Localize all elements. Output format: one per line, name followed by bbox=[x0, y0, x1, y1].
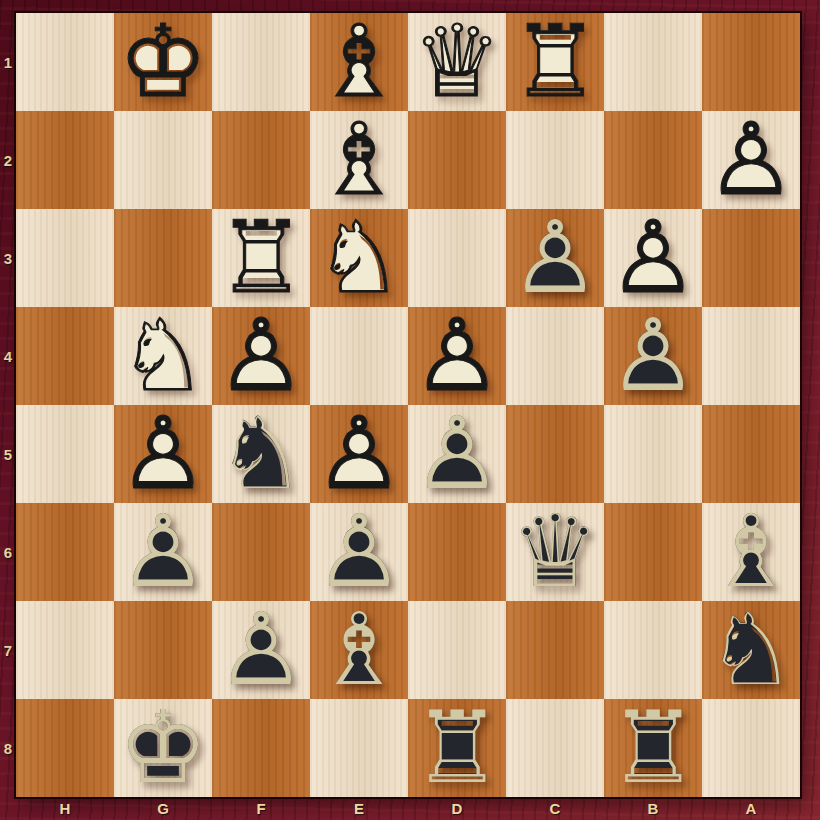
square-c4[interactable] bbox=[506, 307, 604, 405]
square-e4[interactable] bbox=[310, 307, 408, 405]
square-b5[interactable] bbox=[604, 405, 702, 503]
file-label: B bbox=[604, 797, 702, 820]
white-knight-piece[interactable]: ♞ bbox=[310, 209, 408, 307]
rank-label: 2 bbox=[0, 111, 16, 209]
square-e6[interactable]: ♟♙ bbox=[310, 503, 408, 601]
square-a3[interactable] bbox=[702, 209, 800, 307]
square-a5[interactable] bbox=[702, 405, 800, 503]
square-f1[interactable] bbox=[212, 13, 310, 111]
black-pawn-piece[interactable]: ♟ bbox=[506, 209, 604, 307]
file-label: A bbox=[702, 797, 800, 820]
rank-label: 1 bbox=[0, 13, 16, 111]
square-b1[interactable] bbox=[604, 13, 702, 111]
file-label: D bbox=[408, 797, 506, 820]
square-g6[interactable]: ♟♙ bbox=[114, 503, 212, 601]
black-pawn-piece[interactable]: ♟ bbox=[212, 601, 310, 699]
square-g1[interactable]: ♚♔ bbox=[114, 13, 212, 111]
square-a2[interactable]: ♟♙ bbox=[702, 111, 800, 209]
square-b3[interactable]: ♟♙ bbox=[604, 209, 702, 307]
white-bishop-piece[interactable]: ♝ bbox=[310, 13, 408, 111]
square-f3[interactable]: ♜♖ bbox=[212, 209, 310, 307]
square-e7[interactable]: ♝♗ bbox=[310, 601, 408, 699]
square-f6[interactable] bbox=[212, 503, 310, 601]
square-c1[interactable]: ♜♖ bbox=[506, 13, 604, 111]
file-label: G bbox=[114, 797, 212, 820]
rank-label: 4 bbox=[0, 307, 16, 405]
square-h5[interactable] bbox=[16, 405, 114, 503]
white-rook-piece[interactable]: ♜ bbox=[212, 209, 310, 307]
square-c2[interactable] bbox=[506, 111, 604, 209]
square-b4[interactable]: ♟♙ bbox=[604, 307, 702, 405]
white-pawn-piece[interactable]: ♟ bbox=[604, 209, 702, 307]
white-queen-piece[interactable]: ♛ bbox=[408, 13, 506, 111]
square-b8[interactable]: ♜♖ bbox=[604, 699, 702, 797]
square-g4[interactable]: ♞♘ bbox=[114, 307, 212, 405]
square-h1[interactable] bbox=[16, 13, 114, 111]
white-bishop-piece[interactable]: ♝ bbox=[310, 111, 408, 209]
square-d2[interactable] bbox=[408, 111, 506, 209]
square-b2[interactable] bbox=[604, 111, 702, 209]
black-king-piece[interactable]: ♚ bbox=[114, 699, 212, 797]
black-rook-piece[interactable]: ♜ bbox=[408, 699, 506, 797]
square-e3[interactable]: ♞♘ bbox=[310, 209, 408, 307]
white-pawn-piece[interactable]: ♟ bbox=[114, 405, 212, 503]
file-label: H bbox=[16, 797, 114, 820]
square-c7[interactable] bbox=[506, 601, 604, 699]
file-label: F bbox=[212, 797, 310, 820]
white-rook-piece[interactable]: ♜ bbox=[506, 13, 604, 111]
black-pawn-piece[interactable]: ♟ bbox=[310, 503, 408, 601]
square-h2[interactable] bbox=[16, 111, 114, 209]
square-a1[interactable] bbox=[702, 13, 800, 111]
white-knight-piece[interactable]: ♞ bbox=[114, 307, 212, 405]
square-h3[interactable] bbox=[16, 209, 114, 307]
square-d4[interactable]: ♟♙ bbox=[408, 307, 506, 405]
square-d5[interactable]: ♟♙ bbox=[408, 405, 506, 503]
rank-label: 6 bbox=[0, 503, 16, 601]
white-pawn-piece[interactable]: ♟ bbox=[212, 307, 310, 405]
square-d6[interactable] bbox=[408, 503, 506, 601]
square-c5[interactable] bbox=[506, 405, 604, 503]
rank-label: 8 bbox=[0, 699, 16, 797]
rank-label: 7 bbox=[0, 601, 16, 699]
black-knight-piece[interactable]: ♞ bbox=[212, 405, 310, 503]
black-pawn-piece[interactable]: ♟ bbox=[114, 503, 212, 601]
square-h4[interactable] bbox=[16, 307, 114, 405]
square-g8[interactable]: ♚♔ bbox=[114, 699, 212, 797]
black-queen-piece[interactable]: ♛ bbox=[506, 503, 604, 601]
square-c8[interactable] bbox=[506, 699, 604, 797]
square-a7[interactable]: ♞♘ bbox=[702, 601, 800, 699]
square-e5[interactable]: ♟♙ bbox=[310, 405, 408, 503]
file-label: C bbox=[506, 797, 604, 820]
square-e2[interactable]: ♝♗ bbox=[310, 111, 408, 209]
square-g2[interactable] bbox=[114, 111, 212, 209]
square-c6[interactable]: ♛♕ bbox=[506, 503, 604, 601]
black-pawn-piece[interactable]: ♟ bbox=[604, 307, 702, 405]
square-h7[interactable] bbox=[16, 601, 114, 699]
file-labels: H G F E D C B A bbox=[16, 797, 800, 820]
rank-label: 5 bbox=[0, 405, 16, 503]
square-d8[interactable]: ♜♖ bbox=[408, 699, 506, 797]
chess-board[interactable]: ♚♔♝♗♛♕♜♖♝♗♟♙♜♖♞♘♟♙♟♙♞♘♟♙♟♙♟♙♟♙♞♘♟♙♟♙♟♙♟♙… bbox=[16, 13, 800, 797]
chess-board-frame: 1 2 3 4 5 6 7 8 ♚♔♝♗♛♕♜♖♝♗♟♙♜♖♞♘♟♙♟♙♞♘♟♙… bbox=[0, 0, 820, 820]
white-pawn-piece[interactable]: ♟ bbox=[702, 111, 800, 209]
black-bishop-piece[interactable]: ♝ bbox=[702, 503, 800, 601]
square-d3[interactable] bbox=[408, 209, 506, 307]
square-b7[interactable] bbox=[604, 601, 702, 699]
white-king-piece[interactable]: ♚ bbox=[114, 13, 212, 111]
white-pawn-piece[interactable]: ♟ bbox=[408, 307, 506, 405]
square-g3[interactable] bbox=[114, 209, 212, 307]
square-d1[interactable]: ♛♕ bbox=[408, 13, 506, 111]
square-d7[interactable] bbox=[408, 601, 506, 699]
square-h6[interactable] bbox=[16, 503, 114, 601]
square-f2[interactable] bbox=[212, 111, 310, 209]
square-e1[interactable]: ♝♗ bbox=[310, 13, 408, 111]
square-f5[interactable]: ♞♘ bbox=[212, 405, 310, 503]
square-h8[interactable] bbox=[16, 699, 114, 797]
square-a8[interactable] bbox=[702, 699, 800, 797]
square-f4[interactable]: ♟♙ bbox=[212, 307, 310, 405]
square-e8[interactable] bbox=[310, 699, 408, 797]
square-c3[interactable]: ♟♙ bbox=[506, 209, 604, 307]
black-knight-piece[interactable]: ♞ bbox=[702, 601, 800, 699]
square-f7[interactable]: ♟♙ bbox=[212, 601, 310, 699]
file-label: E bbox=[310, 797, 408, 820]
square-g5[interactable]: ♟♙ bbox=[114, 405, 212, 503]
square-a4[interactable] bbox=[702, 307, 800, 405]
black-bishop-piece[interactable]: ♝ bbox=[310, 601, 408, 699]
white-pawn-piece[interactable]: ♟ bbox=[310, 405, 408, 503]
rank-labels: 1 2 3 4 5 6 7 8 bbox=[0, 13, 16, 797]
black-pawn-piece[interactable]: ♟ bbox=[408, 405, 506, 503]
square-a6[interactable]: ♝♗ bbox=[702, 503, 800, 601]
square-g7[interactable] bbox=[114, 601, 212, 699]
square-f8[interactable] bbox=[212, 699, 310, 797]
rank-label: 3 bbox=[0, 209, 16, 307]
black-rook-piece[interactable]: ♜ bbox=[604, 699, 702, 797]
square-b6[interactable] bbox=[604, 503, 702, 601]
